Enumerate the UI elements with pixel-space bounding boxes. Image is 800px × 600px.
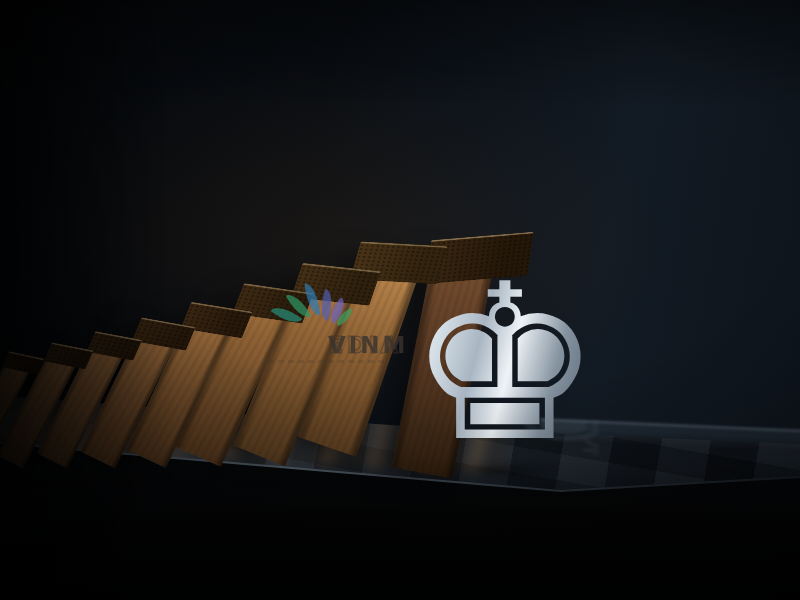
- king-piece-icon: ♚: [408, 238, 602, 489]
- leaf-logo-icon: [274, 282, 354, 334]
- photo-scene: ♚ ♚ VINMEDIA: [0, 0, 800, 600]
- brand-outline: EDIA: [328, 332, 401, 358]
- watermark: VINMEDIA: [238, 280, 418, 362]
- chess-king-silver: ♚: [408, 250, 598, 482]
- watermark-tagline: [268, 360, 388, 363]
